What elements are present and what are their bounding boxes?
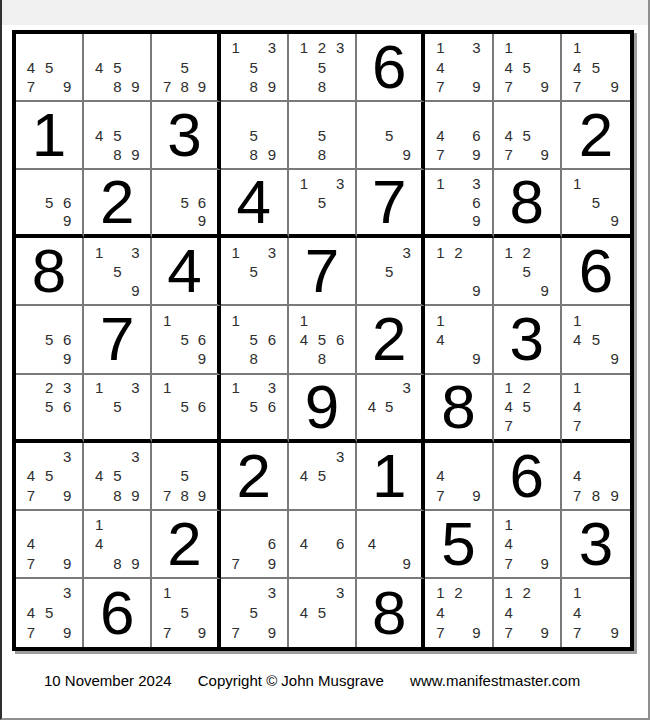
pencil-mark-6: 6	[263, 397, 281, 416]
pencil-mark-2: 2	[449, 242, 467, 261]
pencil-mark-7: 7	[227, 623, 245, 643]
pencil-empty	[295, 485, 313, 504]
pencil-empty	[40, 485, 58, 504]
pencil-mark-7: 7	[22, 623, 40, 643]
pencil-empty	[518, 534, 536, 553]
pencil-empty	[245, 281, 263, 300]
pencil-empty	[313, 485, 331, 504]
pencil-empty	[263, 125, 281, 144]
pencil-empty	[313, 515, 331, 534]
pencil-empty	[313, 106, 331, 125]
pencil-empty	[227, 349, 245, 368]
pencil-empty	[90, 397, 108, 416]
cell-r1c2: 4589	[84, 34, 152, 102]
cell-r6c8: 12457	[494, 375, 562, 443]
pencil-empty	[449, 145, 467, 164]
pencil-marks: 2356	[16, 375, 82, 439]
pencil-empty	[40, 534, 58, 553]
solved-digit: 2	[237, 445, 271, 507]
pencil-empty	[398, 515, 415, 534]
pencil-mark-6: 6	[58, 330, 76, 349]
pencil-empty	[108, 515, 126, 534]
pencil-mark-5: 5	[313, 57, 331, 76]
pencil-marks: 58	[289, 102, 355, 168]
pencil-marks: 13589	[221, 34, 287, 100]
pencil-mark-8: 8	[245, 77, 263, 96]
pencil-mark-7: 7	[431, 145, 449, 164]
pencil-empty	[245, 416, 263, 435]
pencil-mark-4: 4	[568, 57, 587, 76]
pencil-empty	[176, 447, 193, 466]
pencil-mark-3: 3	[331, 447, 349, 466]
pencil-empty	[263, 416, 281, 435]
pencil-empty	[381, 379, 398, 398]
cell-r7c8: 6	[494, 443, 562, 511]
pencil-empty	[40, 77, 58, 96]
pencil-mark-1: 1	[295, 174, 313, 193]
pencil-mark-1: 1	[227, 310, 245, 329]
pencil-mark-9: 9	[467, 623, 485, 643]
pencil-mark-5: 5	[313, 466, 331, 485]
pencil-empty	[398, 534, 415, 553]
pencil-empty	[295, 623, 313, 643]
pencil-empty	[313, 534, 331, 553]
pencil-empty	[467, 466, 485, 485]
pencil-mark-3: 3	[331, 174, 349, 193]
pencil-empty	[518, 145, 536, 164]
pencil-marks: 569	[152, 170, 216, 234]
pencil-empty	[587, 174, 606, 193]
cell-r7c5: 345	[289, 443, 357, 511]
solved-digit: 6	[579, 240, 613, 302]
pencil-empty	[518, 281, 536, 300]
pencil-mark-7: 7	[500, 77, 518, 96]
pencil-empty	[431, 193, 449, 212]
pencil-mark-9: 9	[193, 349, 210, 368]
pencil-mark-5: 5	[587, 57, 606, 76]
cell-r9c7: 12479	[425, 579, 493, 647]
solved-digit: 8	[509, 171, 543, 233]
pencil-empty	[295, 447, 313, 466]
pencil-empty	[536, 583, 554, 603]
pencil-empty	[245, 515, 263, 534]
pencil-empty	[331, 603, 349, 623]
cell-r8c1: 479	[16, 511, 84, 579]
pencil-marks: 4589	[84, 102, 150, 168]
cell-r2c9: 2	[562, 102, 630, 170]
pencil-mark-4: 4	[90, 534, 108, 553]
cell-r1c4: 13589	[221, 34, 289, 102]
pencil-empty	[295, 212, 313, 231]
pencil-mark-9: 9	[605, 623, 624, 643]
pencil-marks: 5789	[152, 34, 216, 100]
pencil-empty	[331, 145, 349, 164]
pencil-mark-5: 5	[176, 330, 193, 349]
pencil-empty	[467, 57, 485, 76]
solved-digit: 7	[372, 171, 406, 233]
pencil-empty	[449, 193, 467, 212]
pencil-mark-3: 3	[126, 242, 144, 261]
pencil-empty	[518, 38, 536, 57]
pencil-empty	[245, 534, 263, 553]
pencil-mark-8: 8	[176, 77, 193, 96]
pencil-empty	[90, 447, 108, 466]
cell-r9c1: 34579	[16, 579, 84, 647]
pencil-marks: 159	[562, 170, 630, 234]
cell-r5c1: 569	[16, 306, 84, 374]
cell-r1c5: 12358	[289, 34, 357, 102]
pencil-mark-5: 5	[518, 57, 536, 76]
pencil-mark-9: 9	[467, 281, 485, 300]
cell-r2c5: 58	[289, 102, 357, 170]
pencil-mark-3: 3	[58, 583, 76, 603]
pencil-marks: 4589	[84, 34, 150, 100]
pencil-empty	[587, 603, 606, 623]
pencil-mark-3: 3	[467, 174, 485, 193]
pencil-mark-9: 9	[126, 145, 144, 164]
pencil-empty	[176, 623, 193, 643]
pencil-mark-7: 7	[568, 485, 587, 504]
pencil-mark-9: 9	[58, 485, 76, 504]
cell-r1c9: 14579	[562, 34, 630, 102]
pencil-empty	[90, 77, 108, 96]
cell-r2c6: 59	[357, 102, 425, 170]
pencil-empty	[40, 38, 58, 57]
pencil-mark-2: 2	[40, 379, 58, 398]
solved-digit: 3	[509, 308, 543, 370]
pencil-empty	[431, 349, 449, 368]
pencil-mark-5: 5	[176, 466, 193, 485]
pencil-mark-1: 1	[158, 379, 175, 398]
pencil-mark-4: 4	[22, 466, 40, 485]
pencil-empty	[263, 57, 281, 76]
pencil-mark-9: 9	[58, 212, 76, 231]
pencil-empty	[518, 106, 536, 125]
pencil-empty	[58, 515, 76, 534]
pencil-empty	[58, 466, 76, 485]
pencil-mark-9: 9	[605, 485, 624, 504]
pencil-mark-7: 7	[227, 554, 245, 573]
pencil-empty	[193, 379, 210, 398]
cell-r6c9: 147	[562, 375, 630, 443]
pencil-mark-7: 7	[568, 623, 587, 643]
pencil-mark-3: 3	[126, 379, 144, 398]
pencil-mark-4: 4	[295, 534, 313, 553]
pencil-mark-1: 1	[90, 515, 108, 534]
pencil-mark-1: 1	[90, 379, 108, 398]
pencil-mark-4: 4	[90, 57, 108, 76]
pencil-empty	[587, 583, 606, 603]
pencil-mark-1: 1	[227, 242, 245, 261]
pencil-mark-9: 9	[193, 623, 210, 643]
pencil-empty	[381, 145, 398, 164]
pencil-mark-8: 8	[245, 349, 263, 368]
pencil-marks: 1569	[152, 306, 216, 372]
pencil-empty	[176, 349, 193, 368]
pencil-mark-5: 5	[245, 397, 263, 416]
pencil-mark-8: 8	[108, 554, 126, 573]
pencil-empty	[193, 583, 210, 603]
pencil-empty	[108, 379, 126, 398]
pencil-marks: 149	[425, 306, 491, 372]
pencil-mark-5: 5	[381, 125, 398, 144]
pencil-empty	[587, 212, 606, 231]
pencil-empty	[605, 174, 624, 193]
cell-r6c6: 345	[357, 375, 425, 443]
pencil-mark-4: 4	[568, 603, 587, 623]
solved-digit: 7	[305, 240, 339, 302]
pencil-marks: 12479	[494, 579, 560, 647]
pencil-empty	[295, 349, 313, 368]
pencil-empty	[227, 515, 245, 534]
pencil-empty	[227, 397, 245, 416]
pencil-mark-4: 4	[500, 57, 518, 76]
cell-r8c3: 2	[152, 511, 220, 579]
pencil-empty	[449, 106, 467, 125]
pencil-mark-7: 7	[22, 77, 40, 96]
pencil-marks: 147	[562, 375, 630, 439]
pencil-mark-4: 4	[431, 466, 449, 485]
pencil-empty	[587, 447, 606, 466]
pencil-mark-5: 5	[40, 57, 58, 76]
pencil-empty	[536, 534, 554, 553]
footer-copyright: Copyright © John Musgrave	[198, 672, 384, 689]
pencil-empty	[518, 77, 536, 96]
cell-r5c4: 1568	[221, 306, 289, 374]
pencil-mark-6: 6	[467, 125, 485, 144]
pencil-mark-1: 1	[431, 38, 449, 57]
pencil-empty	[518, 554, 536, 573]
pencil-empty	[449, 281, 467, 300]
pencil-mark-9: 9	[605, 77, 624, 96]
pencil-mark-5: 5	[245, 262, 263, 281]
pencil-empty	[363, 125, 380, 144]
pencil-empty	[536, 515, 554, 534]
cell-r4c8: 1259	[494, 238, 562, 306]
pencil-mark-9: 9	[126, 485, 144, 504]
pencil-empty	[40, 447, 58, 466]
pencil-mark-4: 4	[295, 603, 313, 623]
pencil-mark-7: 7	[431, 623, 449, 643]
pencil-mark-9: 9	[126, 77, 144, 96]
pencil-marks: 1579	[152, 579, 216, 647]
pencil-marks: 4579	[16, 34, 82, 100]
pencil-empty	[90, 485, 108, 504]
cell-r4c6: 35	[357, 238, 425, 306]
pencil-empty	[449, 262, 467, 281]
pencil-empty	[331, 466, 349, 485]
pencil-empty	[40, 174, 58, 193]
pencil-empty	[331, 485, 349, 504]
pencil-empty	[605, 57, 624, 76]
pencil-empty	[227, 281, 245, 300]
cell-r7c9: 4789	[562, 443, 630, 511]
pencil-empty	[568, 447, 587, 466]
pencil-empty	[587, 349, 606, 368]
pencil-empty	[227, 145, 245, 164]
cell-r2c7: 4679	[425, 102, 493, 170]
cell-r6c1: 2356	[16, 375, 84, 443]
pencil-empty	[431, 106, 449, 125]
pencil-empty	[449, 310, 467, 329]
pencil-mark-4: 4	[22, 57, 40, 76]
pencil-mark-6: 6	[193, 193, 210, 212]
pencil-empty	[449, 466, 467, 485]
pencil-mark-8: 8	[176, 485, 193, 504]
pencil-empty	[108, 281, 126, 300]
pencil-mark-4: 4	[431, 125, 449, 144]
pencil-empty	[263, 310, 281, 329]
pencil-empty	[22, 212, 40, 231]
pencil-empty	[449, 174, 467, 193]
cell-r5c7: 149	[425, 306, 493, 374]
pencil-empty	[518, 416, 536, 435]
cell-r3c5: 135	[289, 170, 357, 238]
pencil-empty	[587, 379, 606, 398]
pencil-mark-3: 3	[331, 38, 349, 57]
pencil-mark-9: 9	[58, 623, 76, 643]
pencil-empty	[40, 310, 58, 329]
pencil-empty	[227, 106, 245, 125]
pencil-empty	[40, 416, 58, 435]
pencil-empty	[313, 447, 331, 466]
pencil-empty	[245, 106, 263, 125]
cell-r9c2: 6	[84, 579, 152, 647]
pencil-empty	[605, 38, 624, 57]
pencil-empty	[536, 603, 554, 623]
cell-r5c8: 3	[494, 306, 562, 374]
pencil-empty	[58, 57, 76, 76]
pencil-empty	[500, 106, 518, 125]
pencil-empty	[108, 242, 126, 261]
pencil-empty	[22, 416, 40, 435]
solved-digit: 2	[100, 171, 134, 233]
pencil-empty	[363, 416, 380, 435]
pencil-mark-9: 9	[193, 485, 210, 504]
pencil-mark-8: 8	[313, 145, 331, 164]
pencil-mark-6: 6	[58, 193, 76, 212]
pencil-mark-5: 5	[40, 330, 58, 349]
pencil-mark-9: 9	[126, 281, 144, 300]
pencil-mark-6: 6	[193, 397, 210, 416]
pencil-mark-9: 9	[467, 212, 485, 231]
pencil-empty	[126, 534, 144, 553]
pencil-empty	[431, 447, 449, 466]
pencil-mark-2: 2	[518, 379, 536, 398]
pencil-empty	[381, 554, 398, 573]
pencil-mark-5: 5	[108, 125, 126, 144]
pencil-mark-4: 4	[295, 330, 313, 349]
pencil-mark-1: 1	[500, 38, 518, 57]
pencil-empty	[263, 106, 281, 125]
solved-digit: 1	[372, 445, 406, 507]
pencil-marks: 14579	[494, 34, 560, 100]
pencil-mark-7: 7	[500, 623, 518, 643]
pencil-marks: 156	[152, 375, 216, 439]
pencil-mark-1: 1	[227, 38, 245, 57]
pencil-empty	[295, 554, 313, 573]
pencil-empty	[331, 310, 349, 329]
pencil-mark-3: 3	[263, 379, 281, 398]
pencil-marks: 1356	[221, 375, 287, 439]
pencil-empty	[227, 534, 245, 553]
pencil-mark-9: 9	[536, 554, 554, 573]
cell-r1c8: 14579	[494, 34, 562, 102]
pencil-marks: 59	[357, 102, 421, 168]
pencil-marks: 13479	[425, 34, 491, 100]
solved-digit: 7	[100, 308, 134, 370]
pencil-empty	[22, 330, 40, 349]
pencil-empty	[158, 466, 175, 485]
cell-r8c8: 1479	[494, 511, 562, 579]
pencil-empty	[568, 193, 587, 212]
cell-r8c2: 1489	[84, 511, 152, 579]
pencil-empty	[245, 623, 263, 643]
pencil-marks: 1568	[221, 306, 287, 372]
pencil-empty	[193, 310, 210, 329]
pencil-empty	[158, 57, 175, 76]
cell-r5c5: 14568	[289, 306, 357, 374]
pencil-empty	[245, 554, 263, 573]
pencil-marks: 1359	[84, 238, 150, 304]
cell-r6c2: 135	[84, 375, 152, 443]
pencil-empty	[363, 515, 380, 534]
pencil-mark-5: 5	[518, 125, 536, 144]
pencil-empty	[313, 554, 331, 573]
pencil-mark-1: 1	[295, 310, 313, 329]
solved-digit: 6	[100, 582, 134, 644]
pencil-marks: 1479	[494, 511, 560, 577]
cell-r6c3: 156	[152, 375, 220, 443]
pencil-empty	[313, 623, 331, 643]
pencil-empty	[587, 416, 606, 435]
pencil-mark-8: 8	[108, 485, 126, 504]
pencil-mark-5: 5	[381, 262, 398, 281]
pencil-empty	[587, 310, 606, 329]
pencil-mark-4: 4	[22, 534, 40, 553]
solved-digit: 2	[579, 104, 613, 166]
pencil-mark-6: 6	[263, 534, 281, 553]
pencil-empty	[126, 57, 144, 76]
pencil-mark-4: 4	[22, 603, 40, 623]
pencil-empty	[467, 106, 485, 125]
pencil-empty	[398, 281, 415, 300]
pencil-empty	[193, 416, 210, 435]
pencil-empty	[467, 262, 485, 281]
pencil-empty	[381, 515, 398, 534]
pencil-empty	[295, 125, 313, 144]
pencil-mark-5: 5	[108, 466, 126, 485]
solved-digit: 3	[579, 513, 613, 575]
pencil-empty	[126, 125, 144, 144]
pencil-marks: 14579	[562, 34, 630, 100]
pencil-empty	[605, 447, 624, 466]
pencil-mark-1: 1	[158, 310, 175, 329]
cell-r7c2: 34589	[84, 443, 152, 511]
pencil-empty	[605, 603, 624, 623]
pencil-mark-4: 4	[500, 534, 518, 553]
pencil-empty	[193, 38, 210, 57]
pencil-mark-3: 3	[331, 583, 349, 603]
cell-r8c7: 5	[425, 511, 493, 579]
pencil-empty	[245, 38, 263, 57]
pencil-empty	[587, 397, 606, 416]
pencil-mark-2: 2	[518, 242, 536, 261]
cell-r7c4: 2	[221, 443, 289, 511]
pencil-empty	[126, 515, 144, 534]
cell-r7c7: 479	[425, 443, 493, 511]
pencil-mark-5: 5	[176, 397, 193, 416]
